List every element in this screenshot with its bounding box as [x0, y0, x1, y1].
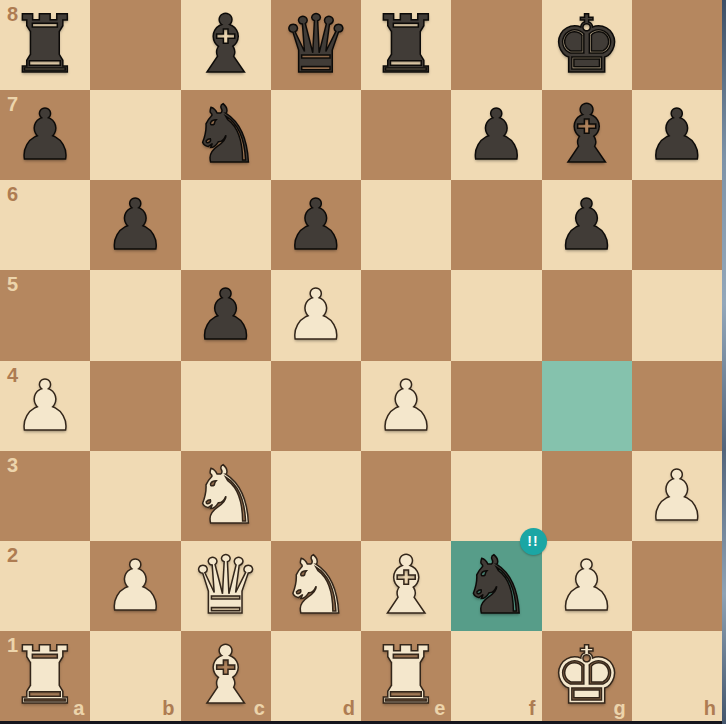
piece-black-knight[interactable]: ♞ [451, 541, 541, 631]
piece-black-knight[interactable]: ♞ [181, 90, 271, 180]
square-a7[interactable]: 7♟ [0, 90, 90, 180]
square-f5[interactable] [451, 270, 541, 360]
piece-black-pawn[interactable]: ♟ [0, 90, 90, 180]
square-f8[interactable] [451, 0, 541, 90]
piece-black-bishop[interactable]: ♝ [181, 0, 271, 90]
square-b5[interactable] [90, 270, 180, 360]
square-g3[interactable] [542, 451, 632, 541]
square-c7[interactable]: ♞ [181, 90, 271, 180]
square-b8[interactable] [90, 0, 180, 90]
square-b2[interactable]: ♟ [90, 541, 180, 631]
piece-white-pawn[interactable]: ♟ [0, 361, 90, 451]
piece-white-bishop[interactable]: ♝ [181, 631, 271, 721]
square-d3[interactable] [271, 451, 361, 541]
square-h1[interactable]: h [632, 631, 722, 721]
square-d2[interactable]: ♞ [271, 541, 361, 631]
square-c8[interactable]: ♝ [181, 0, 271, 90]
square-h3[interactable]: ♟ [632, 451, 722, 541]
background-edge-right [722, 0, 726, 724]
square-b6[interactable]: ♟ [90, 180, 180, 270]
piece-white-queen[interactable]: ♛ [181, 541, 271, 631]
square-h7[interactable]: ♟ [632, 90, 722, 180]
piece-white-pawn[interactable]: ♟ [632, 451, 722, 541]
square-f6[interactable] [451, 180, 541, 270]
square-b1[interactable]: b [90, 631, 180, 721]
piece-black-pawn[interactable]: ♟ [271, 180, 361, 270]
square-h4[interactable] [632, 361, 722, 451]
square-h6[interactable] [632, 180, 722, 270]
square-e8[interactable]: ♜ [361, 0, 451, 90]
piece-black-pawn[interactable]: ♟ [90, 180, 180, 270]
square-h2[interactable] [632, 541, 722, 631]
square-c4[interactable] [181, 361, 271, 451]
square-e7[interactable] [361, 90, 451, 180]
piece-black-pawn[interactable]: ♟ [542, 180, 632, 270]
square-h8[interactable] [632, 0, 722, 90]
brilliant-move-badge: !! [520, 528, 547, 555]
piece-black-king[interactable]: ♚ [542, 0, 632, 90]
square-d8[interactable]: ♛ [271, 0, 361, 90]
square-b7[interactable] [90, 90, 180, 180]
square-f1[interactable]: f [451, 631, 541, 721]
piece-white-pawn[interactable]: ♟ [542, 541, 632, 631]
square-g7[interactable]: ♝ [542, 90, 632, 180]
square-c6[interactable] [181, 180, 271, 270]
square-a2[interactable]: 2 [0, 541, 90, 631]
square-a5[interactable]: 5 [0, 270, 90, 360]
square-a4[interactable]: 4♟ [0, 361, 90, 451]
piece-black-rook[interactable]: ♜ [361, 0, 451, 90]
square-g1[interactable]: g♚ [542, 631, 632, 721]
square-g5[interactable] [542, 270, 632, 360]
file-label-f: f [529, 698, 536, 718]
square-g8[interactable]: ♚ [542, 0, 632, 90]
square-a8[interactable]: 8♜ [0, 0, 90, 90]
square-d6[interactable]: ♟ [271, 180, 361, 270]
square-b3[interactable] [90, 451, 180, 541]
piece-black-pawn[interactable]: ♟ [632, 90, 722, 180]
piece-white-rook[interactable]: ♜ [361, 631, 451, 721]
chess-board: 8♜♝♛♜♚7♟♞♟♝♟6♟♟♟5♟♟4♟♟3♞♟2♟♛♞♝♞!!♟1a♜bc♝… [0, 0, 722, 721]
square-c2[interactable]: ♛ [181, 541, 271, 631]
square-f7[interactable]: ♟ [451, 90, 541, 180]
square-d1[interactable]: d [271, 631, 361, 721]
piece-black-pawn[interactable]: ♟ [451, 90, 541, 180]
square-c1[interactable]: c♝ [181, 631, 271, 721]
rank-label-3: 3 [7, 455, 18, 475]
square-a1[interactable]: 1a♜ [0, 631, 90, 721]
piece-white-knight[interactable]: ♞ [271, 541, 361, 631]
piece-white-pawn[interactable]: ♟ [271, 270, 361, 360]
square-a3[interactable]: 3 [0, 451, 90, 541]
file-label-b: b [162, 698, 174, 718]
square-d4[interactable] [271, 361, 361, 451]
square-e3[interactable] [361, 451, 451, 541]
square-f3[interactable] [451, 451, 541, 541]
piece-white-rook[interactable]: ♜ [0, 631, 90, 721]
square-c3[interactable]: ♞ [181, 451, 271, 541]
square-g6[interactable]: ♟ [542, 180, 632, 270]
square-f4[interactable] [451, 361, 541, 451]
square-f2[interactable]: ♞!! [451, 541, 541, 631]
rank-label-2: 2 [7, 545, 18, 565]
piece-white-king[interactable]: ♚ [542, 631, 632, 721]
square-e1[interactable]: e♜ [361, 631, 451, 721]
piece-black-queen[interactable]: ♛ [271, 0, 361, 90]
piece-black-bishop[interactable]: ♝ [542, 90, 632, 180]
square-b4[interactable] [90, 361, 180, 451]
square-e2[interactable]: ♝ [361, 541, 451, 631]
square-d5[interactable]: ♟ [271, 270, 361, 360]
square-g4[interactable] [542, 361, 632, 451]
square-e5[interactable] [361, 270, 451, 360]
piece-black-pawn[interactable]: ♟ [181, 270, 271, 360]
square-h5[interactable] [632, 270, 722, 360]
piece-black-rook[interactable]: ♜ [0, 0, 90, 90]
square-e6[interactable] [361, 180, 451, 270]
piece-white-knight[interactable]: ♞ [181, 451, 271, 541]
square-a6[interactable]: 6 [0, 180, 90, 270]
piece-white-pawn[interactable]: ♟ [90, 541, 180, 631]
rank-label-6: 6 [7, 184, 18, 204]
square-d7[interactable] [271, 90, 361, 180]
file-label-d: d [343, 698, 355, 718]
square-g2[interactable]: ♟ [542, 541, 632, 631]
square-e4[interactable]: ♟ [361, 361, 451, 451]
rank-label-5: 5 [7, 274, 18, 294]
file-label-h: h [704, 698, 716, 718]
piece-white-pawn[interactable]: ♟ [361, 361, 451, 451]
square-c5[interactable]: ♟ [181, 270, 271, 360]
piece-white-bishop[interactable]: ♝ [361, 541, 451, 631]
